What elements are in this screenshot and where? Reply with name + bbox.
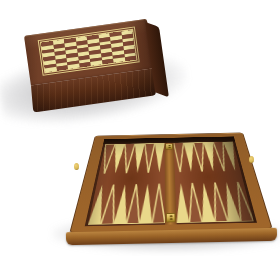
brass-hinge-top xyxy=(165,144,173,150)
chess-square xyxy=(113,57,125,62)
point-top-7 xyxy=(174,143,186,173)
inlay-pinstripe-border xyxy=(38,26,140,75)
point-bottom-8 xyxy=(187,183,203,223)
board-interior xyxy=(85,136,257,226)
chessboard xyxy=(41,30,136,73)
chess-square xyxy=(124,56,136,61)
point-bottom-7 xyxy=(175,183,189,223)
chess-square xyxy=(45,67,57,72)
board-frame xyxy=(69,133,273,235)
chess-square xyxy=(56,65,68,70)
point-bottom-6 xyxy=(152,183,165,223)
point-top-6 xyxy=(154,143,165,173)
brass-hinge-bottom xyxy=(166,213,176,222)
right-half-field xyxy=(174,142,254,225)
playing-field xyxy=(88,142,254,227)
chess-square xyxy=(68,64,80,69)
left-half-field xyxy=(88,143,165,226)
point-bottom-4 xyxy=(126,184,142,224)
closed-case xyxy=(24,19,158,113)
chess-square xyxy=(79,62,91,67)
chess-square xyxy=(102,59,114,64)
point-bottom-5 xyxy=(139,184,153,224)
point-top-5 xyxy=(143,143,155,173)
chess-square xyxy=(90,61,102,66)
latch-pin-left xyxy=(74,163,79,170)
product-photo-backgammon-set xyxy=(0,0,280,256)
latch-pin-right xyxy=(249,156,254,163)
open-board xyxy=(69,133,273,235)
